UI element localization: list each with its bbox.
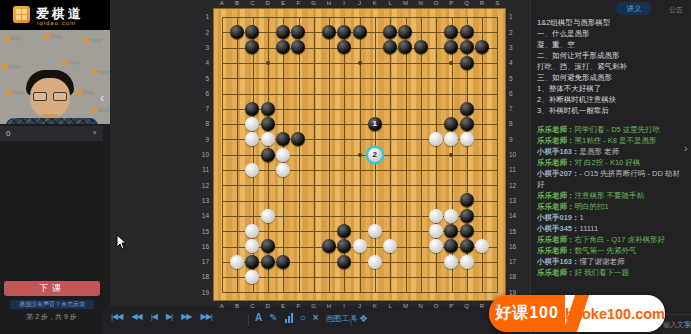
chevron-right-icon[interactable]: ›	[684, 142, 688, 154]
move-number-label: 2	[373, 151, 377, 159]
coord-label-left: 11	[193, 166, 209, 173]
stone-black-Q3	[460, 40, 474, 54]
chat-sender: 乐乐老师：	[537, 136, 575, 145]
watermark-brand: 好课100	[489, 295, 565, 332]
coord-label-left: 9	[193, 136, 209, 143]
coord-label-top: B	[230, 0, 245, 6]
coord-label-bottom: R	[474, 303, 489, 309]
mouse-cursor	[116, 234, 128, 250]
coord-label-bottom: P	[444, 303, 459, 309]
coord-label-left: 19	[193, 289, 209, 296]
coord-label-bottom: Q	[459, 303, 474, 309]
jump-to-start-button[interactable]: |◀◀	[111, 312, 122, 321]
annotation-tools: A ✎ ○ × 画图工具	[255, 312, 358, 324]
coord-label-right: 2	[509, 29, 525, 36]
stone-white-D14	[261, 209, 275, 223]
stone-white-K10: 2	[368, 148, 382, 162]
chat-text: 11111	[580, 224, 599, 233]
bottom-toolbar: |◀◀◀◀|◀▶|▶▶▶▶| A ✎ ○ × 画图工具 ❖	[103, 306, 530, 334]
stone-white-P17	[444, 255, 458, 269]
chat-sender: 小棋手019：	[537, 213, 580, 222]
tab-lecture-notes[interactable]: 讲义	[616, 2, 652, 15]
outline-line: 1、整体不大好棋了	[537, 83, 689, 94]
cross-tool-icon[interactable]: ×	[313, 312, 319, 324]
stone-black-Q7	[460, 102, 474, 116]
coord-label-bottom: C	[245, 303, 260, 309]
coord-label-top: S	[490, 0, 505, 6]
stone-black-C17	[245, 255, 259, 269]
outline-line: 打吃、挡、滚打、紧气刺补	[537, 61, 689, 72]
stone-white-B17	[230, 255, 244, 269]
coord-label-left: 4	[193, 59, 209, 66]
outline-line: 三、如何避免形成愚形	[537, 72, 689, 83]
coord-label-top: F	[291, 0, 306, 6]
stone-black-D7	[261, 102, 275, 116]
notice-link[interactable]: 公告	[669, 5, 683, 15]
chat-sender: 小棋手163：	[537, 147, 580, 156]
stone-white-E11	[276, 163, 290, 177]
chat-sender: 小棋手163：	[537, 257, 580, 266]
fast-forward-button[interactable]: ▶▶	[181, 312, 191, 321]
coord-label-right: 9	[509, 136, 525, 143]
stone-black-Q8	[460, 117, 474, 131]
chat-sender: 乐乐老师：	[537, 235, 575, 244]
toolbar-separator	[248, 314, 249, 326]
coord-label-right: 7	[509, 105, 525, 112]
chat-text: 注意棋形 不要随手粘	[575, 191, 645, 200]
coord-label-right: 14	[509, 212, 525, 219]
chat-text: 右下角白 - Q17 虎补棋形好	[575, 235, 665, 244]
coord-label-top: H	[321, 0, 336, 6]
coord-label-bottom: M	[398, 303, 413, 309]
coord-label-left: 14	[193, 212, 209, 219]
wall-logo-chip: 爱棋道	[92, 70, 110, 75]
stone-black-Q16	[460, 239, 474, 253]
jump-to-end-button[interactable]: ▶▶|	[200, 312, 211, 321]
chat-text: 对 白2挖 - K10 好棋	[575, 158, 641, 167]
chat-message: 乐乐老师：好 我们看下一题	[537, 267, 687, 278]
iqidao-logo-icon	[13, 6, 30, 23]
stone-black-C7	[245, 102, 259, 116]
end-class-button[interactable]: 下课	[4, 281, 100, 296]
wall-logo-chip: 爱棋道	[2, 64, 20, 69]
stone-black-Q4	[460, 56, 474, 70]
coord-label-top: D	[260, 0, 275, 6]
coord-label-top: G	[306, 0, 321, 6]
step-status: 第 2 步，共 9 步	[0, 312, 103, 322]
stone-white-P14	[444, 209, 458, 223]
stone-black-Q14	[460, 209, 474, 223]
coord-label-bottom: N	[413, 303, 428, 309]
drawing-tools-button[interactable]: 画图工具	[326, 313, 358, 324]
stone-white-J16	[353, 239, 367, 253]
stone-white-Q9	[460, 132, 474, 146]
chat-sender: 乐乐老师：	[537, 202, 575, 211]
coord-label-right: 11	[509, 166, 525, 173]
coord-label-right: 16	[509, 243, 525, 250]
chat-text: 黑1粘住 - K8 是不是愚形	[575, 136, 657, 145]
chat-sender: 小棋手345：	[537, 224, 580, 233]
wall-logo-chip: 爱棋道	[92, 108, 110, 113]
stone-white-D9	[261, 132, 275, 146]
coord-label-top: I	[337, 0, 352, 6]
coord-label-bottom: H	[321, 303, 336, 309]
coord-label-bottom: B	[230, 303, 245, 309]
coord-label-bottom: S	[490, 303, 505, 309]
chat-text: 1	[580, 213, 584, 222]
coord-label-right: 8	[509, 120, 525, 127]
coord-label-top: L	[383, 0, 398, 6]
coord-label-right: 19	[509, 289, 525, 296]
chat-message: 乐乐老师：明白的扣1	[537, 201, 687, 212]
coord-label-left: 5	[193, 75, 209, 82]
coord-label-right: 5	[509, 75, 525, 82]
wall-logo-chip: 爱棋道	[6, 90, 24, 95]
outline-line: 凝、重、空	[537, 39, 689, 50]
stone-white-K15	[368, 224, 382, 238]
chat-text: 数气第一 先紧外气	[575, 246, 637, 255]
outline-line: 2、补断棋时机注意棋块	[537, 94, 689, 105]
teacher-video-feed[interactable]: 爱棋道爱棋道爱棋道爱棋道爱棋道爱棋道爱棋道爱棋道爱棋道爱棋道 ‹	[0, 30, 110, 124]
chat-message-list[interactable]: 乐乐老师：同学们看 - D5 这里先打吃乐乐老师：黑1粘住 - K8 是不是愚形…	[537, 124, 687, 310]
toolbar-separator	[351, 314, 352, 326]
coord-label-top: M	[398, 0, 413, 6]
teacher-shirt	[6, 118, 98, 124]
send-button[interactable]: 发送	[684, 320, 691, 330]
coord-label-top: A	[214, 0, 229, 6]
chat-message: 乐乐老师：对 白2挖 - K10 好棋	[537, 157, 687, 168]
video-collapse-chevron-icon[interactable]: ‹	[100, 90, 104, 105]
coord-label-left: 3	[193, 44, 209, 51]
coord-label-right: 18	[509, 273, 525, 280]
coord-label-top: J	[352, 0, 367, 6]
wall-logo-chip: 爱棋道	[76, 90, 94, 95]
coord-label-left: 18	[193, 273, 209, 280]
chat-message: 乐乐老师：注意棋形 不要随手粘	[537, 190, 687, 201]
coord-label-left: 17	[193, 258, 209, 265]
chat-sender: 乐乐老师：	[537, 246, 575, 255]
coord-label-bottom: K	[367, 303, 382, 309]
chat-message: 乐乐老师：同学们看 - D5 这里先打吃	[537, 124, 687, 135]
stone-black-Q2	[460, 25, 474, 39]
coord-label-right: 15	[509, 228, 525, 235]
coord-label-left: 7	[193, 105, 209, 112]
stone-black-Q15	[460, 224, 474, 238]
outline-line: 二、如何让对手形成愚形	[537, 50, 689, 61]
chat-sender: 乐乐老师：	[537, 158, 575, 167]
coord-label-bottom: L	[383, 303, 398, 309]
haoke100-watermark: 好课100 haoke100.com	[489, 295, 665, 332]
star-point	[358, 153, 362, 157]
star-point	[358, 61, 362, 65]
coord-label-bottom: G	[306, 303, 321, 309]
coord-label-left: 1	[193, 13, 209, 20]
wall-logo-chip: 爱棋道	[44, 34, 62, 39]
coord-label-right: 13	[509, 197, 525, 204]
chat-message: 小棋手163：懂了谢谢老师	[537, 256, 687, 267]
coord-label-left: 15	[193, 228, 209, 235]
stone-black-I17	[337, 255, 351, 269]
star-point	[266, 61, 270, 65]
stone-black-H2	[322, 25, 336, 39]
chat-message: 乐乐老师：黑1粘住 - K8 是不是愚形	[537, 135, 687, 146]
wall-logo-chip: 爱棋道	[84, 38, 102, 43]
coord-label-right: 12	[509, 182, 525, 189]
coord-label-bottom: F	[291, 303, 306, 309]
wall-logo-chip: 爱棋道	[4, 36, 22, 41]
coord-label-top: K	[367, 0, 382, 6]
lesson-outline: 1&2组棋型与愚形棋型一、什么是愚形凝、重、空二、如何让对手形成愚形打吃、挡、滚…	[537, 17, 689, 116]
stone-black-D8	[261, 117, 275, 131]
coord-label-top: P	[444, 0, 459, 6]
stone-white-Q17	[460, 255, 474, 269]
chart-tool-icon[interactable]	[285, 313, 293, 323]
coord-label-right: 6	[509, 90, 525, 97]
chat-text: 同学们看 - D5 这里先打吃	[575, 125, 661, 134]
media-controls: |◀◀◀◀|◀▶|▶▶▶▶|	[111, 312, 212, 321]
outline-line: 一、什么是愚形	[537, 28, 689, 39]
outline-line: 3、补棋时机一般靠后	[537, 105, 689, 116]
coord-label-left: 8	[193, 120, 209, 127]
step-forward-button[interactable]: ▶|	[166, 312, 172, 321]
stone-white-E10	[276, 148, 290, 162]
wall-logo-chip: 爱棋道	[62, 60, 80, 65]
chat-message: 小棋手207：- O15 先挤再断行吗 - DD 劫材好	[537, 168, 687, 190]
coord-label-bottom: O	[429, 303, 444, 309]
coord-label-right: 17	[509, 258, 525, 265]
coord-label-bottom: A	[214, 303, 229, 309]
coord-label-bottom: J	[352, 303, 367, 309]
coord-label-left: 6	[193, 90, 209, 97]
stone-black-K8: 1	[368, 117, 382, 131]
chat-message: 乐乐老师：数气第一 先紧外气	[537, 245, 687, 256]
caret-down-icon[interactable]: ▾	[93, 129, 97, 137]
coord-label-top: N	[413, 0, 428, 6]
circle-tool-icon[interactable]: ○	[300, 312, 306, 324]
coord-label-right: 4	[509, 59, 525, 66]
stone-black-N3	[414, 40, 428, 54]
coord-label-top: O	[429, 0, 444, 6]
coord-label-right: 1	[509, 13, 525, 20]
stone-white-K17	[368, 255, 382, 269]
counter-dropdown[interactable]: 0 ▾	[0, 126, 103, 141]
star-point	[449, 153, 453, 157]
chat-sender: 乐乐老师：	[537, 125, 575, 134]
stone-black-Q13	[460, 193, 474, 207]
logo-subtitle: iqidao.com	[37, 20, 76, 26]
coord-label-bottom: E	[276, 303, 291, 309]
coord-label-bottom: I	[337, 303, 352, 309]
text-tool-icon[interactable]: A	[255, 312, 262, 324]
stone-black-J2	[353, 25, 367, 39]
chat-text: 是愚形 老师	[580, 147, 620, 156]
pen-tool-icon[interactable]: ✎	[269, 312, 277, 324]
fast-rewind-button[interactable]: ◀◀	[131, 312, 141, 321]
coord-label-left: 2	[193, 29, 209, 36]
stone-black-D17	[261, 255, 275, 269]
coord-label-right: 10	[509, 151, 525, 158]
app-window: 爱棋道 iqidao.com 爱棋道爱棋道爱棋道爱棋道爱棋道爱棋道爱棋道爱棋道爱…	[0, 0, 691, 334]
expand-icon[interactable]: ❖	[359, 313, 368, 324]
left-panel: 爱棋道 iqidao.com 爱棋道爱棋道爱棋道爱棋道爱棋道爱棋道爱棋道爱棋道爱…	[0, 0, 110, 334]
coord-label-top: R	[474, 0, 489, 6]
chat-sender: 小棋手207：	[537, 169, 580, 178]
stone-black-E17	[276, 255, 290, 269]
chat-text: 明白的扣1	[575, 202, 609, 211]
chat-sender: 乐乐老师：	[537, 191, 575, 200]
coord-label-top: C	[245, 0, 260, 6]
chat-message: 乐乐老师：右下角白 - Q17 虎补棋形好	[537, 234, 687, 245]
coord-label-left: 16	[193, 243, 209, 250]
coord-label-top: E	[276, 0, 291, 6]
coord-label-bottom: D	[260, 303, 275, 309]
stone-white-O15	[429, 224, 443, 238]
coord-label-top: Q	[459, 0, 474, 6]
coord-label-left: 10	[193, 151, 209, 158]
counter-value: 0	[6, 129, 10, 138]
step-back-button[interactable]: |◀	[151, 312, 157, 321]
outline-line: 1&2组棋型与愚形棋型	[537, 17, 689, 28]
stone-white-O14	[429, 209, 443, 223]
stone-black-D16	[261, 239, 275, 253]
audio-feedback-link[interactable]: 播放没有声音？点击反馈	[10, 300, 94, 309]
chat-message: 小棋手345：11111	[537, 223, 687, 234]
chat-sender: 乐乐老师：	[537, 268, 575, 277]
logo-header: 爱棋道 iqidao.com	[0, 0, 110, 30]
stone-black-D10	[261, 148, 275, 162]
chat-text: 懂了谢谢老师	[580, 257, 625, 266]
chat-message: 小棋手163：是愚形 老师	[537, 146, 687, 157]
coord-label-left: 13	[193, 197, 209, 204]
coord-label-left: 12	[193, 182, 209, 189]
stone-black-E2	[276, 25, 290, 39]
chat-message: 小棋手019：1	[537, 212, 687, 223]
right-panel: 讲义 公告 1&2组棋型与愚形棋型一、什么是愚形凝、重、空二、如何让对手形成愚形…	[530, 0, 691, 334]
glasses	[33, 92, 67, 101]
coord-label-right: 3	[509, 44, 525, 51]
chat-text: 好 我们看下一题	[575, 268, 630, 277]
move-number-label: 1	[373, 120, 377, 128]
